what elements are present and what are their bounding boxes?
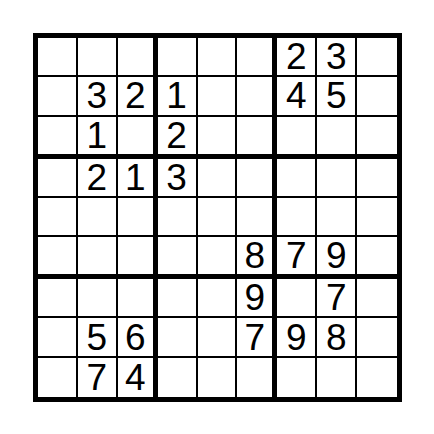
cell-r3c8[interactable] <box>317 117 357 159</box>
cell-r6c3[interactable] <box>118 237 158 279</box>
cell-r7c2[interactable] <box>78 279 118 318</box>
cell-r5c6[interactable] <box>237 198 277 237</box>
cell-r3c6[interactable] <box>237 117 277 159</box>
cell-r2c2[interactable]: 3 <box>78 77 118 116</box>
cell-r9c2[interactable]: 7 <box>78 358 118 397</box>
cell-r4c5[interactable] <box>198 159 238 198</box>
cell-r1c3[interactable] <box>118 38 158 77</box>
cell-r4c1[interactable] <box>38 159 78 198</box>
cell-r3c4[interactable]: 2 <box>158 117 198 159</box>
cell-r8c5[interactable] <box>198 318 238 357</box>
cell-r8c7[interactable]: 9 <box>277 318 317 357</box>
cell-r1c7[interactable]: 2 <box>277 38 317 77</box>
cell-r7c1[interactable] <box>38 279 78 318</box>
cell-r9c3[interactable]: 4 <box>118 358 158 397</box>
cell-r2c4[interactable]: 1 <box>158 77 198 116</box>
cell-r7c3[interactable] <box>118 279 158 318</box>
cell-r5c8[interactable] <box>317 198 357 237</box>
cell-r2c7[interactable]: 4 <box>277 77 317 116</box>
cell-r9c4[interactable] <box>158 358 198 397</box>
cell-r3c9[interactable] <box>357 117 397 159</box>
cell-r9c9[interactable] <box>357 358 397 397</box>
cell-r2c8[interactable]: 5 <box>317 77 357 116</box>
cell-r7c9[interactable] <box>357 279 397 318</box>
cell-r2c1[interactable] <box>38 77 78 116</box>
cell-r8c3[interactable]: 6 <box>118 318 158 357</box>
cell-r5c5[interactable] <box>198 198 238 237</box>
cell-r5c9[interactable] <box>357 198 397 237</box>
cell-r4c9[interactable] <box>357 159 397 198</box>
cell-r8c4[interactable] <box>158 318 198 357</box>
cell-r1c2[interactable] <box>78 38 118 77</box>
cell-r7c7[interactable] <box>277 279 317 318</box>
cell-r8c1[interactable] <box>38 318 78 357</box>
cell-r7c6[interactable]: 9 <box>237 279 277 318</box>
cell-r6c1[interactable] <box>38 237 78 279</box>
cell-r6c4[interactable] <box>158 237 198 279</box>
cell-r6c9[interactable] <box>357 237 397 279</box>
cell-r3c7[interactable] <box>277 117 317 159</box>
cell-r3c1[interactable] <box>38 117 78 159</box>
cell-r6c8[interactable]: 9 <box>317 237 357 279</box>
cell-r3c5[interactable] <box>198 117 238 159</box>
cell-r5c4[interactable] <box>158 198 198 237</box>
cell-r3c3[interactable] <box>118 117 158 159</box>
cell-r2c9[interactable] <box>357 77 397 116</box>
cell-r8c8[interactable]: 8 <box>317 318 357 357</box>
cell-r5c3[interactable] <box>118 198 158 237</box>
cell-r9c7[interactable] <box>277 358 317 397</box>
cell-r1c1[interactable] <box>38 38 78 77</box>
cell-r9c8[interactable] <box>317 358 357 397</box>
sudoku-board: 233214512213879975679874 <box>33 33 402 402</box>
cell-r4c7[interactable] <box>277 159 317 198</box>
cell-r1c8[interactable]: 3 <box>317 38 357 77</box>
cell-r4c4[interactable]: 3 <box>158 159 198 198</box>
cell-r8c2[interactable]: 5 <box>78 318 118 357</box>
cell-r5c2[interactable] <box>78 198 118 237</box>
cell-r8c6[interactable]: 7 <box>237 318 277 357</box>
cell-r4c3[interactable]: 1 <box>118 159 158 198</box>
cell-r6c2[interactable] <box>78 237 118 279</box>
cell-r7c5[interactable] <box>198 279 238 318</box>
cell-r9c6[interactable] <box>237 358 277 397</box>
cell-r1c9[interactable] <box>357 38 397 77</box>
cell-r5c7[interactable] <box>277 198 317 237</box>
cell-r6c7[interactable]: 7 <box>277 237 317 279</box>
cell-r2c3[interactable]: 2 <box>118 77 158 116</box>
cell-r9c1[interactable] <box>38 358 78 397</box>
cell-r7c8[interactable]: 7 <box>317 279 357 318</box>
cell-r1c6[interactable] <box>237 38 277 77</box>
cell-r1c5[interactable] <box>198 38 238 77</box>
cell-r9c5[interactable] <box>198 358 238 397</box>
cell-r4c8[interactable] <box>317 159 357 198</box>
cell-r7c4[interactable] <box>158 279 198 318</box>
cell-r4c6[interactable] <box>237 159 277 198</box>
cell-r5c1[interactable] <box>38 198 78 237</box>
cell-r1c4[interactable] <box>158 38 198 77</box>
cell-r2c6[interactable] <box>237 77 277 116</box>
cell-r2c5[interactable] <box>198 77 238 116</box>
cell-r6c5[interactable] <box>198 237 238 279</box>
cell-r3c2[interactable]: 1 <box>78 117 118 159</box>
cell-r6c6[interactable]: 8 <box>237 237 277 279</box>
cell-r4c2[interactable]: 2 <box>78 159 118 198</box>
cell-r8c9[interactable] <box>357 318 397 357</box>
sudoku-page: 233214512213879975679874 <box>0 0 434 434</box>
